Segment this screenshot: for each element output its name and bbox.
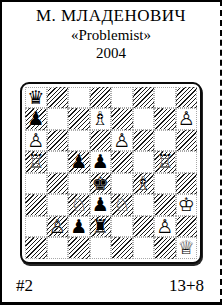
piece-white-rook-a5: ♖ [27,151,44,173]
square-f2 [133,216,155,238]
square-g7 [154,108,176,130]
square-b5 [47,151,69,173]
piece-white-pawn-b2: ♙ [49,216,66,238]
piece-black-pawn-c5: ♟ [70,151,87,173]
piece-white-knight-c3: ♘ [70,194,87,216]
square-a7: ♟ [25,108,47,130]
square-d5: ♟ [90,151,112,173]
square-f7 [133,108,155,130]
square-b7 [47,108,69,130]
square-f8 [133,87,155,109]
square-d8 [90,87,112,109]
piece-white-rook-g5: ♖ [156,151,173,173]
piece-black-pawn-d3: ♟ [92,194,109,216]
piece-white-pawn-a6: ♙ [27,130,44,152]
piece-black-queen-a8: ♛ [27,87,44,109]
piece-white-queen-h1: ♕ [178,237,195,259]
square-h2 [176,216,198,238]
square-h6 [176,130,198,152]
piece-white-king-h3: ♔ [178,194,195,216]
square-c8 [68,87,90,109]
square-f1 [133,237,155,259]
square-e1 [111,237,133,259]
piece-white-pawn-g2: ♙ [156,216,173,238]
square-c3: ♘ [68,194,90,216]
square-h5 [176,151,198,173]
square-d3: ♟ [90,194,112,216]
square-f6 [133,130,155,152]
square-a3 [25,194,47,216]
composer-name: М. МЛАДЕНОВИЧ [2,6,220,25]
square-g5: ♖ [154,151,176,173]
square-e4 [111,173,133,195]
piece-white-pawn-e6: ♙ [113,130,130,152]
square-d4: ♚ [90,173,112,195]
piece-black-pawn-d5: ♟ [92,151,109,173]
square-c2: ♟ [68,216,90,238]
publication-year: 2004 [2,45,220,62]
diagram-footer: #2 13+8 [16,276,204,296]
square-b8 [47,87,69,109]
square-e5 [111,151,133,173]
square-h1: ♕ [176,237,198,259]
piece-black-rook-d2: ♜ [92,216,109,238]
piece-black-pawn-c2: ♟ [70,216,87,238]
square-c6 [68,130,90,152]
board-wrapper: ♛♟♗♙♙♙♖♟♟♖♚♗♘♟♘♔♙♟♜♙♕ [20,82,202,264]
square-a8: ♛ [25,87,47,109]
square-c7 [68,108,90,130]
square-e6: ♙ [111,130,133,152]
chess-board: ♛♟♗♙♙♙♖♟♟♖♚♗♘♟♘♔♙♟♜♙♕ [25,87,197,259]
square-a6: ♙ [25,130,47,152]
square-e2 [111,216,133,238]
piece-black-king-d4: ♚ [92,173,109,195]
square-d1 [90,237,112,259]
square-a5: ♖ [25,151,47,173]
piece-black-pawn-a7: ♟ [27,108,44,130]
square-g3 [154,194,176,216]
square-d6 [90,130,112,152]
square-c5: ♟ [68,151,90,173]
piece-white-knight-e3: ♘ [113,194,130,216]
square-g2: ♙ [154,216,176,238]
square-g6 [154,130,176,152]
piece-white-pawn-h7: ♙ [178,108,195,130]
piece-white-bishop-d7: ♗ [92,108,109,130]
square-h4 [176,173,198,195]
square-f5 [133,151,155,173]
square-g4 [154,173,176,195]
square-b4 [47,173,69,195]
square-a4 [25,173,47,195]
piece-white-bishop-f4: ♗ [135,173,152,195]
material-count-label: 13+8 [169,276,204,296]
diagram-header: М. МЛАДЕНОВИЧ «Problemist» 2004 [2,6,220,62]
square-b3 [47,194,69,216]
square-h8 [176,87,198,109]
square-a1 [25,237,47,259]
stipulation-label: #2 [16,276,33,296]
square-b6 [47,130,69,152]
square-e3: ♘ [111,194,133,216]
square-a2 [25,216,47,238]
square-c4 [68,173,90,195]
square-d7: ♗ [90,108,112,130]
square-b1 [47,237,69,259]
source-publication: «Problemist» [2,27,220,44]
problem-diagram-page: М. МЛАДЕНОВИЧ «Problemist» 2004 ♛♟♗♙♙♙♖♟… [0,0,222,305]
square-g1 [154,237,176,259]
square-f3 [133,194,155,216]
square-e8 [111,87,133,109]
square-g8 [154,87,176,109]
board-frame: ♛♟♗♙♙♙♖♟♟♖♚♗♘♟♘♔♙♟♜♙♕ [20,82,202,264]
square-c1 [68,237,90,259]
square-e7 [111,108,133,130]
square-f4: ♗ [133,173,155,195]
square-h3: ♔ [176,194,198,216]
square-h7: ♙ [176,108,198,130]
square-d2: ♜ [90,216,112,238]
square-b2: ♙ [47,216,69,238]
